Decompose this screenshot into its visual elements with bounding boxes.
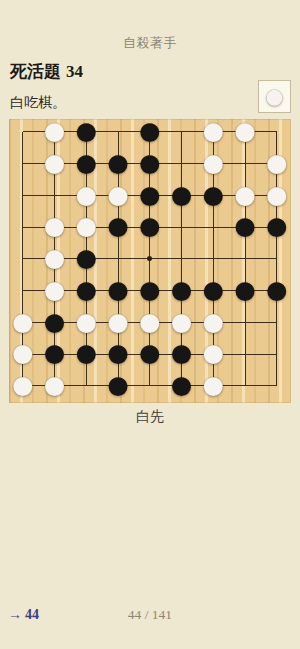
board-cell[interactable] <box>261 338 291 370</box>
board-cell[interactable] <box>9 211 39 243</box>
board-cell[interactable]: ● <box>102 370 134 402</box>
app-screen: 自殺著手 死活題34 白吃棋。 ● ●●●●●●●●●●●●●●●●●●●●●●… <box>0 0 300 649</box>
black-stone: ● <box>261 273 291 305</box>
board-cell[interactable]: ● <box>261 275 291 307</box>
board-cell[interactable]: ● <box>166 180 198 212</box>
black-stone: ● <box>102 209 134 241</box>
problem-label: 死活題 <box>10 62 61 81</box>
board-cell[interactable] <box>9 119 39 148</box>
star-point <box>147 256 152 261</box>
problem-instruction: 白吃棋。 <box>10 94 66 112</box>
problem-number: 34 <box>66 62 83 81</box>
board-cell[interactable] <box>166 119 198 148</box>
board-cell[interactable] <box>9 180 39 212</box>
black-stone: ● <box>102 368 134 400</box>
board-cell[interactable] <box>9 243 39 275</box>
board-cell[interactable]: ● <box>71 338 103 370</box>
white-stone: ● <box>39 368 71 400</box>
black-stone: ● <box>198 178 230 210</box>
black-stone: ● <box>134 209 166 241</box>
board-cell[interactable]: ● <box>39 370 71 402</box>
board-cell[interactable]: ● <box>166 370 198 402</box>
progress-counter: 44 / 141 <box>0 607 300 623</box>
board-cell[interactable]: ● <box>198 370 230 402</box>
black-stone: ● <box>166 368 198 400</box>
board-cell[interactable] <box>229 338 261 370</box>
problem-title: 死活題34 <box>10 60 83 83</box>
board-cell[interactable] <box>261 370 291 402</box>
black-stone: ● <box>261 209 291 241</box>
board-cell[interactable]: ● <box>9 370 39 402</box>
go-board[interactable]: ●●●●●●●●●●●●●●●●●●●●●●●●●●●●●●●●●●●●●●●●… <box>9 119 291 403</box>
white-stone: ● <box>9 368 39 400</box>
board-cell[interactable]: ● <box>134 211 166 243</box>
to-move-caption: 白先 <box>0 408 300 426</box>
white-stone: ● <box>39 146 71 178</box>
black-stone: ● <box>229 209 261 241</box>
board-cell[interactable]: ● <box>134 338 166 370</box>
black-stone: ● <box>166 178 198 210</box>
board-grid: ●●●●●●●●●●●●●●●●●●●●●●●●●●●●●●●●●●●●●●●●… <box>9 119 291 402</box>
turn-indicator: ● <box>258 80 291 113</box>
board-cell[interactable]: ● <box>39 148 71 180</box>
board-cell[interactable]: ● <box>198 180 230 212</box>
black-stone: ● <box>229 273 261 305</box>
board-cell[interactable] <box>9 148 39 180</box>
white-stone: ● <box>198 368 230 400</box>
board-cell[interactable]: ● <box>261 211 291 243</box>
white-stone-icon: ● <box>263 83 285 109</box>
board-cell[interactable] <box>229 370 261 402</box>
board-cell[interactable]: ● <box>102 211 134 243</box>
chapter-title: 自殺著手 <box>0 34 300 52</box>
black-stone: ● <box>134 336 166 368</box>
board-cell[interactable]: ● <box>229 211 261 243</box>
black-stone: ● <box>71 336 103 368</box>
white-stone: ● <box>229 119 261 146</box>
board-cell[interactable]: ● <box>229 119 261 148</box>
board-cell[interactable]: ● <box>229 275 261 307</box>
